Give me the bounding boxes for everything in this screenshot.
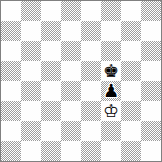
square-b5[interactable]	[21, 61, 41, 81]
square-e1[interactable]	[81, 141, 101, 161]
square-f7[interactable]	[101, 21, 121, 41]
square-c6[interactable]	[41, 41, 61, 61]
square-c5[interactable]	[41, 61, 61, 81]
black-king-f5[interactable]: ♚	[103, 61, 119, 81]
square-e7[interactable]	[81, 21, 101, 41]
square-e2[interactable]	[81, 121, 101, 141]
square-g4[interactable]	[121, 81, 141, 101]
chess-board: ♚♟♔	[1, 1, 161, 161]
square-g7[interactable]	[121, 21, 141, 41]
square-f4[interactable]: ♟	[101, 81, 121, 101]
square-g5[interactable]	[121, 61, 141, 81]
square-g8[interactable]	[121, 1, 141, 21]
square-b2[interactable]	[21, 121, 41, 141]
black-pawn-f4[interactable]: ♟	[103, 81, 119, 101]
square-f8[interactable]	[101, 1, 121, 21]
square-e3[interactable]	[81, 101, 101, 121]
square-d1[interactable]	[61, 141, 81, 161]
square-f6[interactable]	[101, 41, 121, 61]
square-a4[interactable]	[1, 81, 21, 101]
square-c1[interactable]	[41, 141, 61, 161]
square-a3[interactable]	[1, 101, 21, 121]
square-b7[interactable]	[21, 21, 41, 41]
square-b4[interactable]	[21, 81, 41, 101]
square-h2[interactable]	[141, 121, 161, 141]
square-b6[interactable]	[21, 41, 41, 61]
square-c3[interactable]	[41, 101, 61, 121]
square-e6[interactable]	[81, 41, 101, 61]
square-g2[interactable]	[121, 121, 141, 141]
square-h4[interactable]	[141, 81, 161, 101]
square-c8[interactable]	[41, 1, 61, 21]
square-f3[interactable]: ♔	[101, 101, 121, 121]
square-a1[interactable]	[1, 141, 21, 161]
square-a2[interactable]	[1, 121, 21, 141]
square-h3[interactable]	[141, 101, 161, 121]
square-b1[interactable]	[21, 141, 41, 161]
square-h7[interactable]	[141, 21, 161, 41]
square-h1[interactable]	[141, 141, 161, 161]
square-c7[interactable]	[41, 21, 61, 41]
square-f5[interactable]: ♚	[101, 61, 121, 81]
square-d8[interactable]	[61, 1, 81, 21]
square-b8[interactable]	[21, 1, 41, 21]
square-c4[interactable]	[41, 81, 61, 101]
square-g1[interactable]	[121, 141, 141, 161]
square-d5[interactable]	[61, 61, 81, 81]
square-d3[interactable]	[61, 101, 81, 121]
white-king-f3[interactable]: ♔	[103, 101, 119, 121]
square-a7[interactable]	[1, 21, 21, 41]
square-d6[interactable]	[61, 41, 81, 61]
square-e8[interactable]	[81, 1, 101, 21]
square-d4[interactable]	[61, 81, 81, 101]
square-h6[interactable]	[141, 41, 161, 61]
square-e5[interactable]	[81, 61, 101, 81]
square-e4[interactable]	[81, 81, 101, 101]
square-c2[interactable]	[41, 121, 61, 141]
square-h5[interactable]	[141, 61, 161, 81]
chess-board-frame: ♚♟♔	[0, 0, 162, 162]
square-g6[interactable]	[121, 41, 141, 61]
square-a5[interactable]	[1, 61, 21, 81]
square-a6[interactable]	[1, 41, 21, 61]
square-a8[interactable]	[1, 1, 21, 21]
square-g3[interactable]	[121, 101, 141, 121]
square-h8[interactable]	[141, 1, 161, 21]
square-f1[interactable]	[101, 141, 121, 161]
square-d7[interactable]	[61, 21, 81, 41]
square-b3[interactable]	[21, 101, 41, 121]
square-d2[interactable]	[61, 121, 81, 141]
square-f2[interactable]	[101, 121, 121, 141]
